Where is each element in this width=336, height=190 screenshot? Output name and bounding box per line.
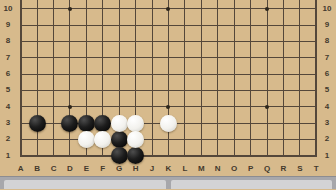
row-label-right-9: 9 — [319, 20, 336, 30]
row-label-left-6: 6 — [0, 69, 16, 79]
column-label-D: D — [62, 164, 78, 174]
row-label-left-9: 9 — [0, 20, 16, 30]
go-app-screen: ABCDEFGHJKLMNOPQRST123456789101234567891… — [0, 0, 336, 189]
grid-hline-row-6 — [20, 74, 318, 75]
stone-white-H2[interactable] — [127, 131, 144, 148]
stone-white-F2[interactable] — [94, 131, 111, 148]
row-label-left-4: 4 — [0, 102, 16, 112]
column-label-L: L — [177, 164, 193, 174]
grid-hline-row-7 — [20, 57, 318, 58]
stone-white-K3[interactable] — [160, 115, 177, 132]
column-label-M: M — [193, 164, 209, 174]
column-label-Q: Q — [259, 164, 275, 174]
grid-hline-row-2 — [20, 139, 318, 140]
column-label-K: K — [160, 164, 176, 174]
column-label-S: S — [292, 164, 308, 174]
column-label-B: B — [29, 164, 45, 174]
stone-black-D3[interactable] — [61, 115, 78, 132]
column-label-J: J — [144, 164, 160, 174]
row-label-left-7: 7 — [0, 53, 16, 63]
row-label-left-8: 8 — [0, 36, 16, 46]
row-label-right-1: 1 — [319, 151, 336, 161]
row-label-left-2: 2 — [0, 134, 16, 144]
grid-hline-row-5 — [20, 90, 318, 91]
row-label-right-10: 10 — [319, 4, 336, 14]
column-label-F: F — [95, 164, 111, 174]
column-label-P: P — [243, 164, 259, 174]
star-point-Q10 — [265, 7, 269, 11]
row-label-right-5: 5 — [319, 85, 336, 95]
row-label-right-3: 3 — [319, 118, 336, 128]
star-point-K4 — [166, 105, 170, 109]
grid-hline-row-9 — [20, 25, 318, 26]
go-board[interactable]: ABCDEFGHJKLMNOPQRST123456789101234567891… — [0, 0, 336, 176]
bottom-bar — [0, 176, 336, 189]
bottom-bar-button-right[interactable] — [171, 180, 332, 190]
column-label-N: N — [210, 164, 226, 174]
row-label-left-1: 1 — [0, 151, 16, 161]
column-label-A: A — [13, 164, 29, 174]
row-label-right-4: 4 — [319, 102, 336, 112]
column-label-T: T — [308, 164, 324, 174]
row-label-left-3: 3 — [0, 118, 16, 128]
grid-hline-row-8 — [20, 41, 318, 42]
bottom-bar-button-left[interactable] — [4, 180, 166, 190]
column-label-O: O — [226, 164, 242, 174]
column-label-E: E — [78, 164, 94, 174]
column-label-C: C — [46, 164, 62, 174]
row-label-right-2: 2 — [319, 134, 336, 144]
stone-black-F3[interactable] — [94, 115, 111, 132]
row-label-left-10: 10 — [0, 4, 16, 14]
grid-hline-row-1 — [20, 155, 318, 157]
stone-white-G3[interactable] — [111, 115, 128, 132]
star-point-Q4 — [265, 105, 269, 109]
column-label-H: H — [128, 164, 144, 174]
stone-black-E3[interactable] — [78, 115, 95, 132]
stone-white-E2[interactable] — [78, 131, 95, 148]
stone-black-G1[interactable] — [111, 147, 128, 164]
row-label-left-5: 5 — [0, 85, 16, 95]
stone-black-H1[interactable] — [127, 147, 144, 164]
column-label-R: R — [275, 164, 291, 174]
star-point-D4 — [68, 105, 72, 109]
row-label-right-6: 6 — [319, 69, 336, 79]
stone-black-B3[interactable] — [29, 115, 46, 132]
column-label-G: G — [111, 164, 127, 174]
row-label-right-7: 7 — [319, 53, 336, 63]
stone-white-H3[interactable] — [127, 115, 144, 132]
row-label-right-8: 8 — [319, 36, 336, 46]
stone-black-G2[interactable] — [111, 131, 128, 148]
star-point-D10 — [68, 7, 72, 11]
